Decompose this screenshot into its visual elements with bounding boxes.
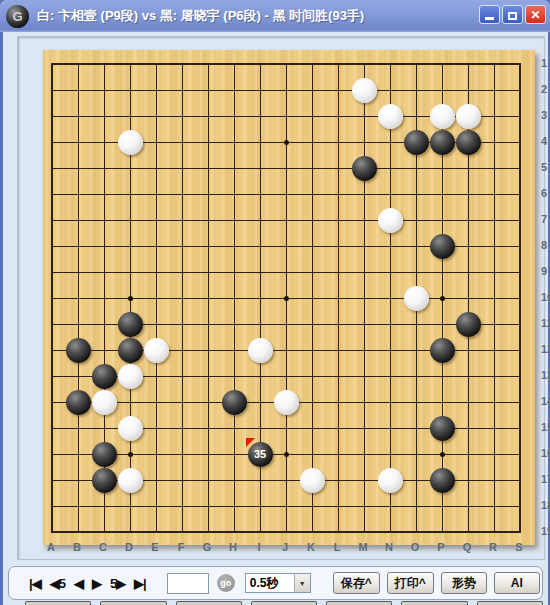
go-button[interactable]: go — [217, 574, 235, 592]
maximize-button[interactable] — [502, 5, 523, 24]
black-stone — [118, 338, 143, 363]
white-stone — [430, 104, 455, 129]
first-move-button[interactable]: |◀ — [29, 576, 41, 591]
row-label: 11 — [541, 317, 550, 329]
territory-button[interactable]: 形势 — [441, 572, 487, 594]
window-controls: ✕ — [479, 5, 546, 24]
white-stone — [378, 104, 403, 129]
white-stone — [248, 338, 273, 363]
grid-line — [338, 64, 339, 532]
black-stone — [118, 312, 143, 337]
black-stone — [66, 338, 91, 363]
black-stone — [456, 130, 481, 155]
white-stone — [118, 468, 143, 493]
grid-line — [494, 64, 495, 532]
row-label: 7 — [541, 213, 550, 225]
row-label: 10 — [541, 291, 550, 303]
white-stone — [378, 468, 403, 493]
black-stone — [92, 468, 117, 493]
black-stone: 35 — [248, 442, 273, 467]
window-title: 白: 卞相壹 (P9段) vs 黑: 屠晓宇 (P6段) - 黑 时间胜(93手… — [37, 7, 364, 25]
column-label: K — [298, 541, 324, 553]
star-point — [284, 296, 289, 301]
row-label: 9 — [541, 265, 550, 277]
board-panel: 35 — [17, 36, 545, 560]
second-toolbar-row-clipped — [8, 601, 543, 605]
goban[interactable]: 35 — [43, 50, 535, 545]
toolbar: |◀◀5◀▶5▶▶| go 0.5秒 ▼ 保存^打印^形势AI — [8, 566, 543, 600]
column-label: G — [194, 541, 220, 553]
black-stone — [352, 156, 377, 181]
clipped-button[interactable] — [176, 601, 242, 605]
title-bar: G 白: 卞相壹 (P9段) vs 黑: 屠晓宇 (P6段) - 黑 时间胜(9… — [0, 0, 550, 32]
column-label: E — [142, 541, 168, 553]
column-label: I — [246, 541, 272, 553]
move-number-input[interactable] — [167, 573, 209, 594]
grid-line — [312, 64, 313, 532]
app-logo-icon: G — [6, 5, 29, 28]
chevron-down-icon[interactable]: ▼ — [294, 574, 310, 592]
row-label: 17 — [541, 473, 550, 485]
white-stone — [300, 468, 325, 493]
grid-line — [364, 64, 365, 532]
white-stone — [144, 338, 169, 363]
white-stone — [404, 286, 429, 311]
window-content: 35 |◀◀5◀▶5▶▶| go 0.5秒 ▼ 保存^打印^形势AI ABCDE… — [3, 32, 548, 605]
black-stone — [430, 338, 455, 363]
black-stone — [456, 312, 481, 337]
row-label: 5 — [541, 161, 550, 173]
clipped-button[interactable] — [251, 601, 317, 605]
column-label: L — [324, 541, 350, 553]
clipped-button[interactable] — [100, 601, 166, 605]
minimize-button[interactable] — [479, 5, 500, 24]
row-label: 8 — [541, 239, 550, 251]
star-point — [284, 452, 289, 457]
black-stone — [222, 390, 247, 415]
row-label: 19 — [541, 525, 550, 537]
column-label: A — [38, 541, 64, 553]
row-label: 3 — [541, 109, 550, 121]
row-label: 14 — [541, 395, 550, 407]
last-move-marker-icon — [246, 438, 255, 447]
row-label: 2 — [541, 83, 550, 95]
close-button[interactable]: ✕ — [525, 5, 546, 24]
ai-button[interactable]: AI — [494, 572, 540, 594]
row-label: 16 — [541, 447, 550, 459]
row-label: 4 — [541, 135, 550, 147]
column-label: R — [480, 541, 506, 553]
clipped-button[interactable] — [401, 601, 467, 605]
row-label: 13 — [541, 369, 550, 381]
back-1-button[interactable]: ◀ — [74, 576, 83, 591]
column-label: S — [506, 541, 532, 553]
black-stone — [430, 130, 455, 155]
column-label: B — [64, 541, 90, 553]
row-label: 18 — [541, 499, 550, 511]
white-stone — [274, 390, 299, 415]
grid-line — [52, 506, 520, 507]
delay-value: 0.5秒 — [246, 575, 294, 592]
print-button[interactable]: 打印^ — [387, 572, 434, 594]
clipped-button[interactable] — [326, 601, 392, 605]
row-label: 12 — [541, 343, 550, 355]
white-stone — [118, 130, 143, 155]
column-label: Q — [454, 541, 480, 553]
column-label: F — [168, 541, 194, 553]
save-button[interactable]: 保存^ — [333, 572, 380, 594]
column-label: H — [220, 541, 246, 553]
white-stone — [92, 390, 117, 415]
star-point — [284, 140, 289, 145]
grid-line — [390, 64, 391, 532]
column-label: C — [90, 541, 116, 553]
nav-buttons: |◀◀5◀▶5▶▶| — [29, 574, 155, 592]
black-stone — [66, 390, 91, 415]
star-point — [440, 452, 445, 457]
white-stone — [352, 78, 377, 103]
last-move-button[interactable]: ▶| — [134, 576, 146, 591]
black-stone — [92, 442, 117, 467]
black-stone — [430, 468, 455, 493]
forward-5-button[interactable]: 5▶ — [110, 576, 125, 591]
column-label: M — [350, 541, 376, 553]
star-point — [128, 296, 133, 301]
white-stone — [118, 416, 143, 441]
back-5-button[interactable]: ◀5 — [50, 576, 65, 591]
white-stone — [118, 364, 143, 389]
column-label: P — [428, 541, 454, 553]
black-stone — [430, 234, 455, 259]
star-point — [128, 452, 133, 457]
column-label: D — [116, 541, 142, 553]
black-stone — [430, 416, 455, 441]
command-buttons: 保存^打印^形势AI — [333, 572, 540, 594]
column-label: J — [272, 541, 298, 553]
black-stone — [404, 130, 429, 155]
app-window: G 白: 卞相壹 (P9段) vs 黑: 屠晓宇 (P6段) - 黑 时间胜(9… — [0, 0, 550, 605]
white-stone — [456, 104, 481, 129]
minimize-icon — [485, 17, 494, 20]
clipped-button[interactable] — [477, 601, 543, 605]
column-label: O — [402, 541, 428, 553]
row-label: 15 — [541, 421, 550, 433]
row-label: 6 — [541, 187, 550, 199]
maximize-icon — [508, 12, 517, 20]
white-stone — [378, 208, 403, 233]
forward-1-button[interactable]: ▶ — [92, 576, 101, 591]
column-label: N — [376, 541, 402, 553]
star-point — [440, 296, 445, 301]
delay-dropdown[interactable]: 0.5秒 ▼ — [245, 573, 311, 593]
clipped-button[interactable] — [25, 601, 91, 605]
row-label: 1 — [541, 57, 550, 69]
black-stone — [92, 364, 117, 389]
